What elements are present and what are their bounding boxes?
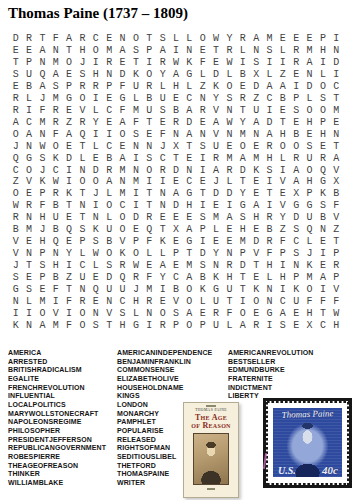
- grid-cell-r5c18[interactable]: E: [236, 81, 249, 93]
- grid-cell-r16c25[interactable]: V: [330, 212, 343, 224]
- grid-cell-r7c14[interactable]: A: [183, 105, 196, 117]
- grid-cell-r24c14[interactable]: A: [183, 308, 196, 320]
- grid-cell-r14c22[interactable]: X: [290, 188, 303, 200]
- grid-cell-r16c17[interactable]: A: [223, 212, 236, 224]
- grid-cell-r5c2[interactable]: B: [22, 81, 35, 93]
- grid-cell-r9c18[interactable]: M: [236, 129, 249, 141]
- grid-cell-r7c17[interactable]: N: [223, 105, 236, 117]
- grid-cell-r5c19[interactable]: D: [249, 81, 262, 93]
- grid-cell-r9c24[interactable]: H: [316, 129, 329, 141]
- grid-cell-r10c25[interactable]: T: [330, 141, 343, 153]
- grid-cell-r22c17[interactable]: U: [223, 284, 236, 296]
- grid-cell-r18c13[interactable]: E: [169, 236, 182, 248]
- grid-cell-r8c16[interactable]: A: [209, 117, 222, 129]
- grid-cell-r25c10[interactable]: G: [129, 320, 142, 332]
- grid-cell-r18c23[interactable]: L: [303, 236, 316, 248]
- grid-cell-r8c21[interactable]: T: [276, 117, 289, 129]
- grid-cell-r23c16[interactable]: U: [209, 296, 222, 308]
- grid-cell-r7c11[interactable]: U: [143, 105, 156, 117]
- grid-cell-r8c12[interactable]: E: [156, 117, 169, 129]
- grid-cell-r15c18[interactable]: G: [236, 200, 249, 212]
- grid-cell-r4c22[interactable]: E: [290, 69, 303, 81]
- grid-cell-r23c19[interactable]: O: [249, 296, 262, 308]
- grid-cell-r2c6[interactable]: H: [76, 45, 89, 57]
- grid-cell-r9c19[interactable]: N: [249, 129, 262, 141]
- grid-cell-r4c3[interactable]: Q: [36, 69, 49, 81]
- grid-cell-r23c4[interactable]: I: [49, 296, 62, 308]
- grid-cell-r1c18[interactable]: R: [236, 33, 249, 45]
- grid-cell-r3c5[interactable]: O: [62, 57, 75, 69]
- grid-cell-r14c25[interactable]: B: [330, 188, 343, 200]
- grid-cell-r11c16[interactable]: R: [209, 153, 222, 165]
- grid-cell-r16c23[interactable]: U: [303, 212, 316, 224]
- grid-cell-r3c24[interactable]: I: [316, 57, 329, 69]
- grid-cell-r6c23[interactable]: L: [303, 93, 316, 105]
- grid-cell-r4c17[interactable]: L: [223, 69, 236, 81]
- grid-cell-r8c6[interactable]: R: [76, 117, 89, 129]
- grid-cell-r23c17[interactable]: T: [223, 296, 236, 308]
- grid-cell-r9c9[interactable]: O: [116, 129, 129, 141]
- grid-cell-r20c24[interactable]: E: [316, 260, 329, 272]
- grid-cell-r11c19[interactable]: M: [249, 153, 262, 165]
- grid-cell-r1c1[interactable]: D: [9, 33, 22, 45]
- grid-cell-r25c16[interactable]: U: [209, 320, 222, 332]
- grid-cell-r20c21[interactable]: I: [276, 260, 289, 272]
- grid-cell-r9c15[interactable]: N: [196, 129, 209, 141]
- grid-cell-r18c20[interactable]: R: [263, 236, 276, 248]
- grid-cell-r19c5[interactable]: Y: [62, 248, 75, 260]
- grid-cell-r17c11[interactable]: Q: [143, 224, 156, 236]
- grid-cell-r1c4[interactable]: F: [49, 33, 62, 45]
- grid-cell-r4c14[interactable]: G: [183, 69, 196, 81]
- grid-cell-r1c24[interactable]: P: [316, 33, 329, 45]
- grid-cell-r10c12[interactable]: J: [156, 141, 169, 153]
- grid-cell-r20c2[interactable]: T: [22, 260, 35, 272]
- grid-cell-r12c15[interactable]: I: [196, 165, 209, 177]
- grid-cell-r25c7[interactable]: S: [89, 320, 102, 332]
- grid-cell-r11c17[interactable]: M: [223, 153, 236, 165]
- grid-cell-r11c24[interactable]: R: [316, 153, 329, 165]
- grid-cell-r22c12[interactable]: I: [156, 284, 169, 296]
- grid-cell-r23c3[interactable]: M: [36, 296, 49, 308]
- grid-cell-r17c16[interactable]: L: [209, 224, 222, 236]
- grid-cell-r2c14[interactable]: N: [183, 45, 196, 57]
- grid-cell-r2c8[interactable]: M: [103, 45, 116, 57]
- grid-cell-r1c21[interactable]: E: [276, 33, 289, 45]
- grid-cell-r19c15[interactable]: D: [196, 248, 209, 260]
- grid-cell-r10c11[interactable]: N: [143, 141, 156, 153]
- grid-cell-r13c17[interactable]: L: [223, 177, 236, 189]
- grid-cell-r7c23[interactable]: O: [303, 105, 316, 117]
- grid-cell-r15c25[interactable]: F: [330, 200, 343, 212]
- grid-cell-r6c17[interactable]: S: [223, 93, 236, 105]
- grid-cell-r12c9[interactable]: M: [116, 165, 129, 177]
- grid-cell-r11c20[interactable]: H: [263, 153, 276, 165]
- grid-cell-r15c17[interactable]: I: [223, 200, 236, 212]
- grid-cell-r22c2[interactable]: S: [22, 284, 35, 296]
- grid-cell-r23c8[interactable]: N: [103, 296, 116, 308]
- grid-cell-r24c2[interactable]: I: [22, 308, 35, 320]
- grid-cell-r6c6[interactable]: O: [76, 93, 89, 105]
- grid-cell-r12c25[interactable]: V: [330, 165, 343, 177]
- grid-cell-r10c14[interactable]: T: [183, 141, 196, 153]
- grid-cell-r3c17[interactable]: W: [223, 57, 236, 69]
- grid-cell-r19c20[interactable]: F: [263, 248, 276, 260]
- grid-cell-r25c25[interactable]: H: [330, 320, 343, 332]
- grid-cell-r21c16[interactable]: K: [209, 272, 222, 284]
- grid-cell-r9c12[interactable]: F: [156, 129, 169, 141]
- grid-cell-r13c22[interactable]: A: [290, 177, 303, 189]
- grid-cell-r23c18[interactable]: I: [236, 296, 249, 308]
- grid-cell-r12c24[interactable]: Q: [316, 165, 329, 177]
- grid-cell-r15c14[interactable]: H: [183, 200, 196, 212]
- grid-cell-r13c14[interactable]: C: [183, 177, 196, 189]
- grid-cell-r22c9[interactable]: U: [116, 284, 129, 296]
- grid-cell-r24c23[interactable]: H: [303, 308, 316, 320]
- grid-cell-r5c6[interactable]: R: [76, 81, 89, 93]
- grid-cell-r4c19[interactable]: X: [249, 69, 262, 81]
- grid-cell-r2c16[interactable]: T: [209, 45, 222, 57]
- grid-cell-r18c2[interactable]: E: [22, 236, 35, 248]
- grid-cell-r21c13[interactable]: C: [169, 272, 182, 284]
- grid-cell-r7c13[interactable]: B: [169, 105, 182, 117]
- grid-cell-r2c3[interactable]: A: [36, 45, 49, 57]
- grid-cell-r17c25[interactable]: Z: [330, 224, 343, 236]
- grid-cell-r11c15[interactable]: I: [196, 153, 209, 165]
- grid-cell-r25c2[interactable]: N: [22, 320, 35, 332]
- grid-cell-r20c5[interactable]: I: [62, 260, 75, 272]
- grid-cell-r18c7[interactable]: S: [89, 236, 102, 248]
- grid-cell-r12c13[interactable]: D: [169, 165, 182, 177]
- grid-cell-r4c11[interactable]: O: [143, 69, 156, 81]
- grid-cell-r2c19[interactable]: N: [249, 45, 262, 57]
- grid-cell-r12c11[interactable]: O: [143, 165, 156, 177]
- grid-cell-r3c9[interactable]: E: [116, 57, 129, 69]
- grid-cell-r15c3[interactable]: F: [36, 200, 49, 212]
- grid-cell-r17c6[interactable]: S: [76, 224, 89, 236]
- grid-cell-r14c9[interactable]: M: [116, 188, 129, 200]
- grid-cell-r7c25[interactable]: M: [330, 105, 343, 117]
- grid-cell-r6c16[interactable]: Y: [209, 93, 222, 105]
- grid-cell-r8c9[interactable]: A: [116, 117, 129, 129]
- grid-cell-r14c7[interactable]: J: [89, 188, 102, 200]
- grid-cell-r13c8[interactable]: A: [103, 177, 116, 189]
- grid-cell-r24c24[interactable]: T: [316, 308, 329, 320]
- grid-cell-r18c19[interactable]: D: [249, 236, 262, 248]
- grid-cell-r12c10[interactable]: N: [129, 165, 142, 177]
- grid-cell-r5c4[interactable]: S: [49, 81, 62, 93]
- grid-cell-r19c17[interactable]: N: [223, 248, 236, 260]
- grid-cell-r14c8[interactable]: L: [103, 188, 116, 200]
- grid-cell-r14c11[interactable]: T: [143, 188, 156, 200]
- grid-cell-r20c20[interactable]: H: [263, 260, 276, 272]
- word-search-grid[interactable]: DRTFARCENOTSLLOWYRAMEEEPIEEANTHOMASPAINE…: [9, 33, 343, 332]
- grid-cell-r10c4[interactable]: O: [49, 141, 62, 153]
- grid-cell-r11c1[interactable]: Q: [9, 153, 22, 165]
- grid-cell-r5c10[interactable]: U: [129, 81, 142, 93]
- grid-cell-r20c16[interactable]: N: [209, 260, 222, 272]
- grid-cell-r5c15[interactable]: Z: [196, 81, 209, 93]
- grid-cell-r19c7[interactable]: W: [89, 248, 102, 260]
- grid-cell-r3c1[interactable]: T: [9, 57, 22, 69]
- grid-cell-r6c22[interactable]: P: [290, 93, 303, 105]
- grid-cell-r17c8[interactable]: U: [103, 224, 116, 236]
- grid-cell-r18c14[interactable]: G: [183, 236, 196, 248]
- grid-cell-r21c12[interactable]: Y: [156, 272, 169, 284]
- grid-cell-r4c12[interactable]: Y: [156, 69, 169, 81]
- grid-cell-r15c6[interactable]: N: [76, 200, 89, 212]
- grid-cell-r14c2[interactable]: E: [22, 188, 35, 200]
- grid-cell-r20c3[interactable]: S: [36, 260, 49, 272]
- grid-cell-r18c5[interactable]: E: [62, 236, 75, 248]
- grid-cell-r21c8[interactable]: D: [103, 272, 116, 284]
- grid-cell-r12c6[interactable]: N: [76, 165, 89, 177]
- grid-cell-r9c13[interactable]: N: [169, 129, 182, 141]
- grid-cell-r23c13[interactable]: V: [169, 296, 182, 308]
- grid-cell-r4c23[interactable]: N: [303, 69, 316, 81]
- grid-cell-r1c8[interactable]: E: [103, 33, 116, 45]
- grid-cell-r23c15[interactable]: L: [196, 296, 209, 308]
- grid-cell-r22c22[interactable]: K: [290, 284, 303, 296]
- grid-cell-r10c15[interactable]: S: [196, 141, 209, 153]
- grid-cell-r21c1[interactable]: S: [9, 272, 22, 284]
- grid-cell-r13c15[interactable]: E: [196, 177, 209, 189]
- grid-cell-r11c5[interactable]: D: [62, 153, 75, 165]
- grid-cell-r7c1[interactable]: R: [9, 105, 22, 117]
- grid-cell-r8c10[interactable]: F: [129, 117, 142, 129]
- grid-cell-r21c3[interactable]: P: [36, 272, 49, 284]
- grid-cell-r23c21[interactable]: C: [276, 296, 289, 308]
- grid-cell-r8c25[interactable]: E: [330, 117, 343, 129]
- grid-cell-r6c14[interactable]: C: [183, 93, 196, 105]
- grid-cell-r23c9[interactable]: C: [116, 296, 129, 308]
- grid-cell-r4c6[interactable]: S: [76, 69, 89, 81]
- grid-cell-r14c21[interactable]: E: [276, 188, 289, 200]
- grid-cell-r3c10[interactable]: T: [129, 57, 142, 69]
- grid-cell-r1c7[interactable]: C: [89, 33, 102, 45]
- grid-cell-r7c2[interactable]: I: [22, 105, 35, 117]
- grid-cell-r11c7[interactable]: E: [89, 153, 102, 165]
- grid-cell-r16c14[interactable]: E: [183, 212, 196, 224]
- grid-cell-r8c13[interactable]: R: [169, 117, 182, 129]
- grid-cell-r20c23[interactable]: K: [303, 260, 316, 272]
- grid-cell-r22c19[interactable]: K: [249, 284, 262, 296]
- grid-cell-r8c4[interactable]: R: [49, 117, 62, 129]
- grid-cell-r21c18[interactable]: T: [236, 272, 249, 284]
- grid-cell-r21c19[interactable]: E: [249, 272, 262, 284]
- grid-cell-r8c3[interactable]: M: [36, 117, 49, 129]
- grid-cell-r3c3[interactable]: N: [36, 57, 49, 69]
- grid-cell-r22c5[interactable]: T: [62, 284, 75, 296]
- grid-cell-r2c7[interactable]: O: [89, 45, 102, 57]
- grid-cell-r9c7[interactable]: I: [89, 129, 102, 141]
- grid-cell-r24c3[interactable]: O: [36, 308, 49, 320]
- grid-cell-r16c21[interactable]: Y: [276, 212, 289, 224]
- grid-cell-r4c13[interactable]: A: [169, 69, 182, 81]
- grid-cell-r19c2[interactable]: N: [22, 248, 35, 260]
- grid-cell-r13c23[interactable]: H: [303, 177, 316, 189]
- grid-cell-r19c21[interactable]: P: [276, 248, 289, 260]
- grid-cell-r10c1[interactable]: J: [9, 141, 22, 153]
- grid-cell-r23c12[interactable]: E: [156, 296, 169, 308]
- grid-cell-r6c15[interactable]: N: [196, 93, 209, 105]
- grid-cell-r24c12[interactable]: O: [156, 308, 169, 320]
- grid-cell-r16c5[interactable]: E: [62, 212, 75, 224]
- grid-cell-r16c13[interactable]: E: [169, 212, 182, 224]
- grid-cell-r18c15[interactable]: I: [196, 236, 209, 248]
- grid-cell-r7c24[interactable]: O: [316, 105, 329, 117]
- grid-cell-r23c7[interactable]: E: [89, 296, 102, 308]
- grid-cell-r23c20[interactable]: N: [263, 296, 276, 308]
- grid-cell-r13c21[interactable]: V: [276, 177, 289, 189]
- grid-cell-r3c12[interactable]: R: [156, 57, 169, 69]
- grid-cell-r25c9[interactable]: H: [116, 320, 129, 332]
- grid-cell-r24c1[interactable]: I: [9, 308, 22, 320]
- grid-cell-r3c11[interactable]: I: [143, 57, 156, 69]
- grid-cell-r18c24[interactable]: E: [316, 236, 329, 248]
- grid-cell-r9c14[interactable]: A: [183, 129, 196, 141]
- grid-cell-r11c8[interactable]: B: [103, 153, 116, 165]
- grid-cell-r15c8[interactable]: O: [103, 200, 116, 212]
- grid-cell-r12c18[interactable]: D: [236, 165, 249, 177]
- grid-cell-r15c13[interactable]: D: [169, 200, 182, 212]
- grid-cell-r2c12[interactable]: A: [156, 45, 169, 57]
- grid-cell-r1c19[interactable]: A: [249, 33, 262, 45]
- grid-cell-r22c15[interactable]: K: [196, 284, 209, 296]
- grid-cell-r11c23[interactable]: U: [303, 153, 316, 165]
- grid-cell-r9c2[interactable]: A: [22, 129, 35, 141]
- grid-cell-r5c1[interactable]: E: [9, 81, 22, 93]
- grid-cell-r14c4[interactable]: R: [49, 188, 62, 200]
- grid-cell-r2c15[interactable]: E: [196, 45, 209, 57]
- grid-cell-r16c12[interactable]: E: [156, 212, 169, 224]
- grid-cell-r4c8[interactable]: N: [103, 69, 116, 81]
- grid-cell-r1c22[interactable]: E: [290, 33, 303, 45]
- grid-cell-r17c1[interactable]: B: [9, 224, 22, 236]
- grid-cell-r19c13[interactable]: P: [169, 248, 182, 260]
- grid-cell-r7c15[interactable]: R: [196, 105, 209, 117]
- grid-cell-r4c25[interactable]: I: [330, 69, 343, 81]
- grid-cell-r24c9[interactable]: S: [116, 308, 129, 320]
- grid-cell-r5c22[interactable]: I: [290, 81, 303, 93]
- grid-cell-r2c18[interactable]: L: [236, 45, 249, 57]
- grid-cell-r18c3[interactable]: H: [36, 236, 49, 248]
- grid-cell-r22c18[interactable]: T: [236, 284, 249, 296]
- grid-cell-r10c8[interactable]: C: [103, 141, 116, 153]
- grid-cell-r18c12[interactable]: K: [156, 236, 169, 248]
- grid-cell-r6c25[interactable]: T: [330, 93, 343, 105]
- grid-cell-r3c8[interactable]: R: [103, 57, 116, 69]
- grid-cell-r5c7[interactable]: R: [89, 81, 102, 93]
- grid-cell-r23c1[interactable]: N: [9, 296, 22, 308]
- grid-cell-r11c22[interactable]: R: [290, 153, 303, 165]
- grid-cell-r23c11[interactable]: R: [143, 296, 156, 308]
- grid-cell-r17c5[interactable]: Q: [62, 224, 75, 236]
- grid-cell-r16c10[interactable]: D: [129, 212, 142, 224]
- grid-cell-r7c19[interactable]: U: [249, 105, 262, 117]
- grid-cell-r1c14[interactable]: L: [183, 33, 196, 45]
- grid-cell-r14c5[interactable]: K: [62, 188, 75, 200]
- grid-cell-r3c25[interactable]: D: [330, 57, 343, 69]
- grid-cell-r22c7[interactable]: Q: [89, 284, 102, 296]
- grid-cell-r19c25[interactable]: P: [330, 248, 343, 260]
- grid-cell-r19c22[interactable]: S: [290, 248, 303, 260]
- grid-cell-r12c23[interactable]: O: [303, 165, 316, 177]
- grid-cell-r6c1[interactable]: R: [9, 93, 22, 105]
- grid-cell-r15c2[interactable]: R: [22, 200, 35, 212]
- grid-cell-r23c22[interactable]: U: [290, 296, 303, 308]
- grid-cell-r17c23[interactable]: Q: [303, 224, 316, 236]
- grid-cell-r3c19[interactable]: S: [249, 57, 262, 69]
- grid-cell-r21c11[interactable]: F: [143, 272, 156, 284]
- grid-cell-r19c16[interactable]: Y: [209, 248, 222, 260]
- grid-cell-r2c1[interactable]: E: [9, 45, 22, 57]
- grid-cell-r12c8[interactable]: R: [103, 165, 116, 177]
- grid-cell-r17c13[interactable]: X: [169, 224, 182, 236]
- grid-cell-r23c25[interactable]: F: [330, 296, 343, 308]
- grid-cell-r9c4[interactable]: F: [49, 129, 62, 141]
- grid-cell-r21c17[interactable]: H: [223, 272, 236, 284]
- grid-cell-r13c11[interactable]: I: [143, 177, 156, 189]
- grid-cell-r7c22[interactable]: S: [290, 105, 303, 117]
- grid-cell-r5c13[interactable]: H: [169, 81, 182, 93]
- grid-cell-r7c3[interactable]: F: [36, 105, 49, 117]
- grid-cell-r2c5[interactable]: T: [62, 45, 75, 57]
- grid-cell-r16c1[interactable]: R: [9, 212, 22, 224]
- grid-cell-r9c6[interactable]: Q: [76, 129, 89, 141]
- grid-cell-r17c2[interactable]: M: [22, 224, 35, 236]
- grid-cell-r20c17[interactable]: R: [223, 260, 236, 272]
- grid-cell-r3c16[interactable]: E: [209, 57, 222, 69]
- grid-cell-r24c18[interactable]: O: [236, 308, 249, 320]
- grid-cell-r13c5[interactable]: I: [62, 177, 75, 189]
- grid-cell-r19c9[interactable]: K: [116, 248, 129, 260]
- grid-cell-r25c14[interactable]: O: [183, 320, 196, 332]
- grid-cell-r20c7[interactable]: L: [89, 260, 102, 272]
- grid-cell-r11c14[interactable]: E: [183, 153, 196, 165]
- grid-cell-r6c19[interactable]: Z: [249, 93, 262, 105]
- grid-cell-r13c2[interactable]: V: [22, 177, 35, 189]
- grid-cell-r12c19[interactable]: K: [249, 165, 262, 177]
- grid-cell-r2c10[interactable]: S: [129, 45, 142, 57]
- grid-cell-r20c6[interactable]: C: [76, 260, 89, 272]
- grid-cell-r12c12[interactable]: R: [156, 165, 169, 177]
- grid-cell-r6c8[interactable]: E: [103, 93, 116, 105]
- grid-cell-r14c16[interactable]: D: [209, 188, 222, 200]
- grid-cell-r20c9[interactable]: R: [116, 260, 129, 272]
- grid-cell-r21c6[interactable]: U: [76, 272, 89, 284]
- grid-cell-r8c19[interactable]: A: [249, 117, 262, 129]
- grid-cell-r8c14[interactable]: D: [183, 117, 196, 129]
- grid-cell-r10c7[interactable]: L: [89, 141, 102, 153]
- grid-cell-r10c10[interactable]: N: [129, 141, 142, 153]
- grid-cell-r20c13[interactable]: E: [169, 260, 182, 272]
- grid-cell-r7c6[interactable]: V: [76, 105, 89, 117]
- grid-cell-r16c22[interactable]: D: [290, 212, 303, 224]
- grid-cell-r19c8[interactable]: O: [103, 248, 116, 260]
- grid-cell-r14c3[interactable]: P: [36, 188, 49, 200]
- grid-cell-r15c9[interactable]: C: [116, 200, 129, 212]
- grid-cell-r13c3[interactable]: K: [36, 177, 49, 189]
- grid-cell-r11c6[interactable]: L: [76, 153, 89, 165]
- grid-cell-r10c17[interactable]: E: [223, 141, 236, 153]
- grid-cell-r10c3[interactable]: W: [36, 141, 49, 153]
- grid-cell-r17c24[interactable]: N: [316, 224, 329, 236]
- grid-cell-r19c10[interactable]: O: [129, 248, 142, 260]
- grid-cell-r14c1[interactable]: O: [9, 188, 22, 200]
- grid-cell-r13c10[interactable]: M: [129, 177, 142, 189]
- grid-cell-r9c1[interactable]: O: [9, 129, 22, 141]
